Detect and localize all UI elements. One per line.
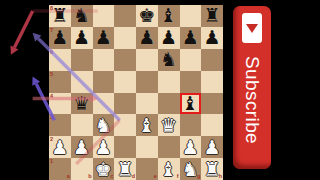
square-d6[interactable]	[114, 49, 136, 71]
square-b7[interactable]: ♟	[71, 27, 93, 49]
square-e4[interactable]	[136, 93, 158, 115]
white-king-c1[interactable]: ♚	[93, 158, 115, 180]
black-king-e8[interactable]: ♚	[136, 5, 158, 27]
black-bishop-f8[interactable]: ♝	[158, 5, 180, 27]
square-e8[interactable]: ♚	[136, 5, 158, 27]
square-e7[interactable]: ♟	[136, 27, 158, 49]
black-pawn-a7[interactable]: ♟	[49, 27, 71, 49]
white-pawn-c2[interactable]: ♟	[93, 136, 115, 158]
square-d2[interactable]	[114, 136, 136, 158]
square-g4[interactable]: ♝	[180, 93, 202, 115]
square-g5[interactable]	[180, 71, 202, 93]
square-f3[interactable]: ♛	[158, 114, 180, 136]
square-d3[interactable]	[114, 114, 136, 136]
square-c1[interactable]: c♚	[93, 158, 115, 180]
square-b1[interactable]: b	[71, 158, 93, 180]
square-e3[interactable]: ♝	[136, 114, 158, 136]
square-b3[interactable]	[71, 114, 93, 136]
square-h8[interactable]: ♜	[201, 5, 223, 27]
black-pawn-g7[interactable]: ♟	[180, 27, 202, 49]
file-label-e: e	[154, 174, 157, 180]
subscribe-button[interactable]: Subscribe	[233, 6, 271, 169]
square-a2[interactable]: 2♟	[49, 136, 71, 158]
chess-board: 8♜♞♚♝♜7♟♟♟♟♟♟♟6♞54♛♝3♞♝♛2♟♟♟♟♟1abc♚d♜ef♝…	[49, 5, 223, 180]
square-h2[interactable]: ♟	[201, 136, 223, 158]
white-rook-h1[interactable]: ♜	[201, 158, 223, 180]
rank-label-1: 1	[50, 159, 53, 165]
square-g7[interactable]: ♟	[180, 27, 202, 49]
square-c3[interactable]: ♞	[93, 114, 115, 136]
square-a7[interactable]: 7♟	[49, 27, 71, 49]
square-a4[interactable]: 4	[49, 93, 71, 115]
square-b2[interactable]: ♟	[71, 136, 93, 158]
square-h6[interactable]	[201, 49, 223, 71]
square-c4[interactable]	[93, 93, 115, 115]
video-frame: 8♜♞♚♝♜7♟♟♟♟♟♟♟6♞54♛♝3♞♝♛2♟♟♟♟♟1abc♚d♜ef♝…	[0, 0, 320, 180]
square-c6[interactable]	[93, 49, 115, 71]
square-c8[interactable]	[93, 5, 115, 27]
square-h1[interactable]: h♜	[201, 158, 223, 180]
square-g6[interactable]	[180, 49, 202, 71]
square-d4[interactable]	[114, 93, 136, 115]
white-knight-g1[interactable]: ♞	[180, 158, 202, 180]
square-f8[interactable]: ♝	[158, 5, 180, 27]
square-g8[interactable]	[180, 5, 202, 27]
subscribe-button-content: Subscribe	[233, 6, 271, 169]
black-pawn-c7[interactable]: ♟	[93, 27, 115, 49]
black-pawn-f7[interactable]: ♟	[158, 27, 180, 49]
subscribe-label: Subscribe	[241, 56, 263, 144]
square-b6[interactable]	[71, 49, 93, 71]
white-rook-d1[interactable]: ♜	[114, 158, 136, 180]
youtube-play-icon	[242, 13, 262, 43]
black-pawn-e7[interactable]: ♟	[136, 27, 158, 49]
rank-label-6: 6	[50, 50, 53, 56]
square-e5[interactable]	[136, 71, 158, 93]
square-f5[interactable]	[158, 71, 180, 93]
black-pawn-b7[interactable]: ♟	[71, 27, 93, 49]
square-e2[interactable]	[136, 136, 158, 158]
square-a1[interactable]: 1a	[49, 158, 71, 180]
square-c2[interactable]: ♟	[93, 136, 115, 158]
rank-label-5: 5	[50, 72, 53, 78]
square-h3[interactable]	[201, 114, 223, 136]
black-rook-h8[interactable]: ♜	[201, 5, 223, 27]
white-queen-f3[interactable]: ♛	[158, 114, 180, 136]
square-d7[interactable]	[114, 27, 136, 49]
white-knight-c3[interactable]: ♞	[93, 114, 115, 136]
black-bishop-g4[interactable]: ♝	[180, 93, 202, 115]
rank-label-4: 4	[50, 94, 53, 100]
black-knight-b8[interactable]: ♞	[71, 5, 93, 27]
black-queen-b4[interactable]: ♛	[71, 93, 93, 115]
square-b8[interactable]: ♞	[71, 5, 93, 27]
square-h4[interactable]	[201, 93, 223, 115]
white-pawn-a2[interactable]: ♟	[49, 136, 71, 158]
square-b5[interactable]	[71, 71, 93, 93]
square-a6[interactable]: 6	[49, 49, 71, 71]
square-e6[interactable]	[136, 49, 158, 71]
square-f4[interactable]	[158, 93, 180, 115]
square-g1[interactable]: g♞	[180, 158, 202, 180]
square-d5[interactable]	[114, 71, 136, 93]
file-label-a: a	[67, 174, 70, 180]
black-rook-a8[interactable]: ♜	[49, 5, 71, 27]
square-f1[interactable]: f♝	[158, 158, 180, 180]
square-g3[interactable]	[180, 114, 202, 136]
file-label-b: b	[88, 174, 91, 180]
square-b4[interactable]: ♛	[71, 93, 93, 115]
white-bishop-f1[interactable]: ♝	[158, 158, 180, 180]
arrow-b8-a6	[11, 11, 33, 55]
white-pawn-g2[interactable]: ♟	[180, 136, 202, 158]
square-h7[interactable]: ♟	[201, 27, 223, 49]
square-a8[interactable]: 8♜	[49, 5, 71, 27]
square-a5[interactable]: 5	[49, 71, 71, 93]
white-bishop-e3[interactable]: ♝	[136, 114, 158, 136]
square-g2[interactable]: ♟	[180, 136, 202, 158]
play-triangle-icon	[246, 24, 258, 33]
square-d8[interactable]	[114, 5, 136, 27]
rank-label-3: 3	[50, 115, 53, 121]
square-e1[interactable]: e	[136, 158, 158, 180]
square-c7[interactable]: ♟	[93, 27, 115, 49]
square-c5[interactable]	[93, 71, 115, 93]
square-f7[interactable]: ♟	[158, 27, 180, 49]
square-f2[interactable]	[158, 136, 180, 158]
square-h5[interactable]	[201, 71, 223, 93]
square-d1[interactable]: d♜	[114, 158, 136, 180]
square-a3[interactable]: 3	[49, 114, 71, 136]
white-pawn-h2[interactable]: ♟	[201, 136, 223, 158]
black-pawn-h7[interactable]: ♟	[201, 27, 223, 49]
square-f6[interactable]: ♞	[158, 49, 180, 71]
black-knight-f6[interactable]: ♞	[158, 49, 180, 71]
white-pawn-b2[interactable]: ♟	[71, 136, 93, 158]
